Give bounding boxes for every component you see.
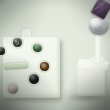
ring-stand-post <box>95 34 102 62</box>
black-stone-cabochon <box>29 74 39 84</box>
green-massage-wand <box>4 62 28 69</box>
ring-stand-base <box>77 68 107 96</box>
photo-lightbox-scene <box>0 0 110 110</box>
rose-quartz-cabochon <box>8 84 18 94</box>
tiger-eye-cabochon <box>40 62 49 71</box>
speckled-dark-cabochon <box>13 38 22 47</box>
silver-ring-band <box>89 16 109 35</box>
